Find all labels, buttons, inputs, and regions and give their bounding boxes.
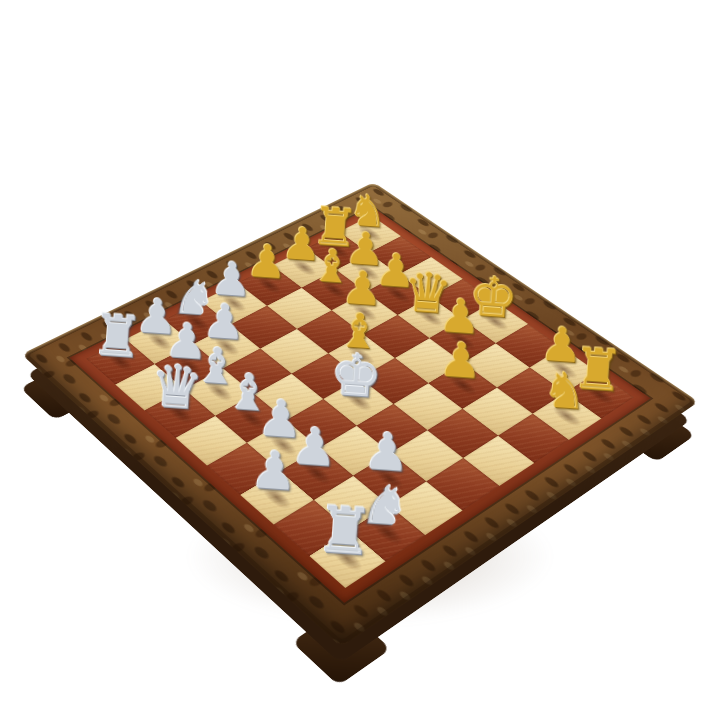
silver-queen-piece: ♛ — [143, 354, 211, 418]
square-h7: ♞ — [532, 392, 602, 440]
photo-canvas: ♞♚♟♜♜♟♟♛♟♞♟♝♟♟♟♝♟♚♞♟♟♟♟♝♝♟♟♞♜♛♟♜ — [0, 0, 720, 720]
silver-rook-piece: ♜ — [307, 494, 381, 564]
gold-pawn-piece: ♟ — [427, 328, 493, 390]
square-h4 — [426, 458, 499, 511]
square-f1: ♟ — [240, 471, 314, 525]
silver-king-piece: ♚ — [322, 343, 389, 406]
gold-knight-piece: ♞ — [531, 357, 598, 420]
silver-pawn-piece: ♟ — [238, 435, 310, 503]
silver-rook-piece: ♜ — [85, 304, 151, 366]
square-h1: ♜ — [309, 530, 386, 588]
